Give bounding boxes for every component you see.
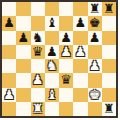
piece-black-pawn-g6[interactable]: ♟: [89, 31, 101, 45]
piece-black-rook-h1[interactable]: ♜: [103, 102, 115, 116]
square-f6[interactable]: [73, 31, 87, 45]
piece-black-pawn-b6[interactable]: ♟: [18, 31, 30, 45]
square-b5[interactable]: [16, 45, 30, 59]
square-g6[interactable]: ♟: [88, 31, 102, 45]
square-c2[interactable]: [31, 88, 45, 102]
square-d2[interactable]: ♝: [45, 88, 59, 102]
square-h7[interactable]: [102, 16, 116, 30]
square-h6[interactable]: [102, 31, 116, 45]
piece-white-rook-c1[interactable]: ♜: [32, 102, 44, 116]
square-c3[interactable]: ♟: [31, 73, 45, 87]
square-f8[interactable]: [73, 2, 87, 16]
square-g2[interactable]: ♚: [88, 88, 102, 102]
square-e8[interactable]: [59, 2, 73, 16]
square-h5[interactable]: [102, 45, 116, 59]
square-h1[interactable]: ♜: [102, 102, 116, 116]
square-a7[interactable]: ♟: [2, 16, 16, 30]
square-a4[interactable]: [2, 59, 16, 73]
square-c1[interactable]: ♜: [31, 102, 45, 116]
piece-white-knight-d4[interactable]: ♞: [46, 59, 58, 73]
square-a2[interactable]: ♟: [2, 88, 16, 102]
piece-black-rook-h8[interactable]: ♜: [103, 2, 115, 16]
piece-white-pawn-f5[interactable]: ♟: [75, 45, 87, 59]
square-b2[interactable]: [16, 88, 30, 102]
square-g7[interactable]: ♚: [88, 16, 102, 30]
square-d1[interactable]: [45, 102, 59, 116]
piece-black-king-g7[interactable]: ♚: [89, 16, 101, 30]
square-f3[interactable]: [73, 73, 87, 87]
square-a1[interactable]: [2, 102, 16, 116]
square-f2[interactable]: [73, 88, 87, 102]
square-e7[interactable]: [59, 16, 73, 30]
piece-black-bishop-d7[interactable]: ♝: [46, 16, 58, 30]
square-h2[interactable]: [102, 88, 116, 102]
square-b3[interactable]: [16, 73, 30, 87]
square-g3[interactable]: [88, 73, 102, 87]
piece-white-bishop-d2[interactable]: ♝: [46, 88, 58, 102]
square-c5[interactable]: ♛: [31, 45, 45, 59]
square-h8[interactable]: ♜: [102, 2, 116, 16]
piece-black-pawn-e6[interactable]: ♟: [60, 31, 72, 45]
square-b7[interactable]: [16, 16, 30, 30]
piece-black-knight-c6[interactable]: ♞: [32, 31, 44, 45]
piece-black-rook-g8[interactable]: ♜: [89, 2, 101, 16]
square-d3[interactable]: [45, 73, 59, 87]
square-d8[interactable]: [45, 2, 59, 16]
piece-black-queen-c5[interactable]: ♛: [32, 45, 44, 59]
square-c6[interactable]: ♞: [31, 31, 45, 45]
square-d5[interactable]: ♟: [45, 45, 59, 59]
square-b1[interactable]: [16, 102, 30, 116]
square-d6[interactable]: [45, 31, 59, 45]
piece-black-pawn-a7[interactable]: ♟: [3, 16, 15, 30]
square-f4[interactable]: [73, 59, 87, 73]
square-a6[interactable]: [2, 31, 16, 45]
square-e3[interactable]: ♛: [59, 73, 73, 87]
square-b4[interactable]: [16, 59, 30, 73]
piece-black-queen-e3[interactable]: ♛: [60, 73, 72, 87]
square-f1[interactable]: [73, 102, 87, 116]
piece-white-king-g2[interactable]: ♚: [89, 88, 101, 102]
square-a3[interactable]: [2, 73, 16, 87]
square-c7[interactable]: [31, 16, 45, 30]
square-g8[interactable]: ♜: [88, 2, 102, 16]
piece-white-pawn-c3[interactable]: ♟: [32, 73, 44, 87]
square-g1[interactable]: [88, 102, 102, 116]
piece-black-pawn-d5[interactable]: ♟: [46, 45, 58, 59]
square-a8[interactable]: [2, 2, 16, 16]
square-d4[interactable]: ♞: [45, 59, 59, 73]
square-b6[interactable]: ♟: [16, 31, 30, 45]
square-e1[interactable]: [59, 102, 73, 116]
square-g4[interactable]: ♟: [88, 59, 102, 73]
piece-white-pawn-a2[interactable]: ♟: [3, 88, 15, 102]
square-e2[interactable]: [59, 88, 73, 102]
square-d7[interactable]: ♝: [45, 16, 59, 30]
square-b8[interactable]: [16, 2, 30, 16]
square-c8[interactable]: [31, 2, 45, 16]
square-a5[interactable]: [2, 45, 16, 59]
square-h4[interactable]: [102, 59, 116, 73]
square-f5[interactable]: ♟: [73, 45, 87, 59]
square-e5[interactable]: ♟: [59, 45, 73, 59]
piece-white-pawn-e5[interactable]: ♟: [60, 45, 72, 59]
square-e4[interactable]: [59, 59, 73, 73]
piece-black-pawn-f7[interactable]: ♟: [75, 16, 87, 30]
square-f7[interactable]: ♟: [73, 16, 87, 30]
square-e6[interactable]: ♟: [59, 31, 73, 45]
chess-board: ♜♜♟♝♟♚♟♞♟♟♛♟♟♟♞♟♟♛♟♝♚♜♜: [0, 0, 118, 118]
square-g5[interactable]: [88, 45, 102, 59]
piece-white-pawn-g4[interactable]: ♟: [89, 59, 101, 73]
square-h3[interactable]: [102, 73, 116, 87]
square-c4[interactable]: [31, 59, 45, 73]
